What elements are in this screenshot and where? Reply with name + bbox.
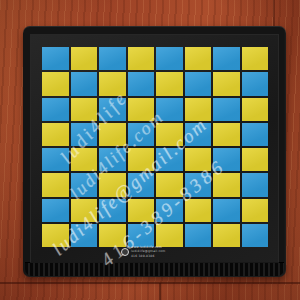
board-square[interactable] <box>213 199 240 222</box>
board-square[interactable] <box>42 98 69 121</box>
board-square[interactable] <box>242 123 269 146</box>
board-square[interactable] <box>242 47 269 70</box>
board-square[interactable] <box>71 47 98 70</box>
board-square[interactable] <box>242 148 269 171</box>
wood-grain-line <box>273 0 275 27</box>
case-side-edge <box>25 262 284 276</box>
board-square[interactable] <box>71 72 98 95</box>
board-square[interactable] <box>242 199 269 222</box>
board-square[interactable] <box>213 47 240 70</box>
board-square[interactable] <box>213 72 240 95</box>
board-square[interactable] <box>213 224 240 247</box>
board-square[interactable] <box>42 199 69 222</box>
board-square[interactable] <box>213 123 240 146</box>
board-square[interactable] <box>156 72 183 95</box>
board-square[interactable] <box>185 47 212 70</box>
board-square[interactable] <box>185 72 212 95</box>
maker-phone: 416 389-8386 <box>131 255 165 258</box>
board-square[interactable] <box>242 173 269 196</box>
board-square[interactable] <box>128 47 155 70</box>
board-square[interactable] <box>42 72 69 95</box>
board-square[interactable] <box>213 98 240 121</box>
board-square[interactable] <box>128 72 155 95</box>
board-square[interactable] <box>156 47 183 70</box>
board-square[interactable] <box>185 224 212 247</box>
wood-plank-seam <box>0 282 300 284</box>
board-square[interactable] <box>42 173 69 196</box>
wood-plank-seam <box>159 283 161 300</box>
board-square[interactable] <box>99 47 126 70</box>
product-photo: www.ludi4life.com ludi4life@gmail.com 41… <box>0 0 300 300</box>
board-square[interactable] <box>242 98 269 121</box>
board-square[interactable] <box>42 47 69 70</box>
board-square[interactable] <box>242 72 269 95</box>
board-square[interactable] <box>242 224 269 247</box>
